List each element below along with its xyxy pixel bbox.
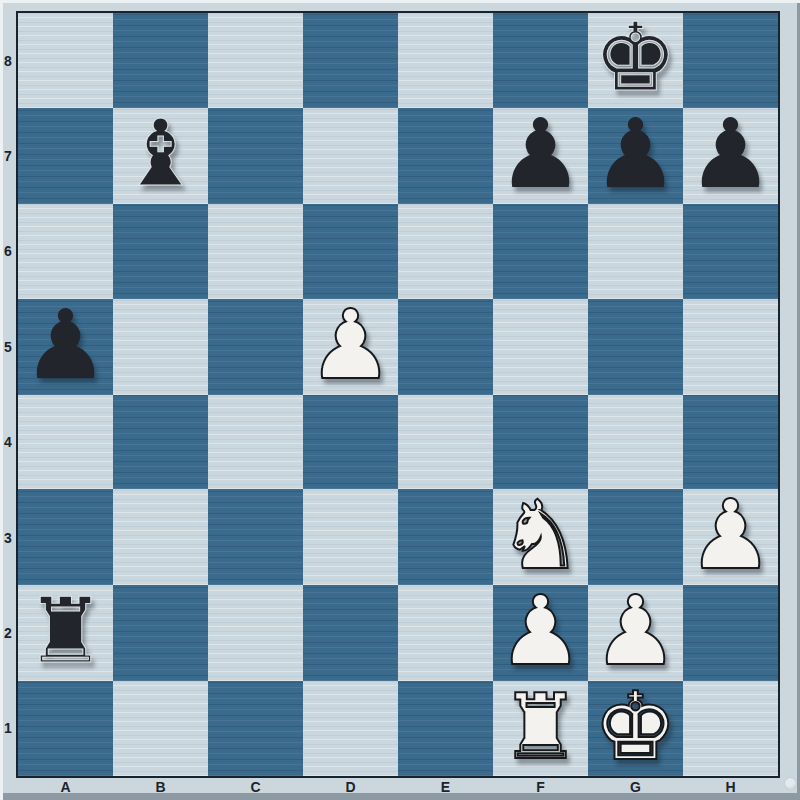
board: ♚♝♟♟♟♟♟♞♟♜♟♟♜♚ (18, 13, 778, 776)
square-g1[interactable]: ♚ (588, 681, 683, 776)
piece-black-king-g8[interactable]: ♚ (593, 11, 677, 105)
square-c4[interactable] (208, 395, 303, 490)
square-b5[interactable] (113, 299, 208, 395)
square-g3[interactable] (588, 489, 683, 585)
rank-label-2: 2 (0, 585, 16, 680)
file-label-e: E (398, 779, 493, 795)
file-label-g: G (588, 779, 683, 795)
piece-white-pawn-f2[interactable]: ♟ (497, 583, 583, 679)
square-d7[interactable] (303, 108, 398, 204)
file-labels: ABCDEFGH (18, 779, 778, 794)
file-label-a: A (18, 779, 113, 795)
square-g7[interactable]: ♟ (588, 108, 683, 204)
square-d2[interactable] (303, 585, 398, 681)
square-d1[interactable] (303, 681, 398, 776)
square-e6[interactable] (398, 204, 493, 299)
piece-black-pawn-g7[interactable]: ♟ (592, 106, 678, 202)
square-a2[interactable]: ♜ (18, 585, 113, 681)
square-c7[interactable] (208, 108, 303, 204)
square-a3[interactable] (18, 489, 113, 585)
square-h1[interactable] (683, 681, 778, 776)
square-h7[interactable]: ♟ (683, 108, 778, 204)
square-a1[interactable] (18, 681, 113, 776)
piece-black-bishop-b7[interactable]: ♝ (119, 108, 201, 200)
rank-label-6: 6 (0, 204, 16, 299)
square-d5[interactable]: ♟ (303, 299, 398, 395)
square-f6[interactable] (493, 204, 588, 299)
square-e8[interactable] (398, 13, 493, 108)
square-h5[interactable] (683, 299, 778, 395)
square-c8[interactable] (208, 13, 303, 108)
square-f5[interactable] (493, 299, 588, 395)
rank-label-4: 4 (0, 395, 16, 490)
square-h3[interactable]: ♟ (683, 489, 778, 585)
file-label-b: B (113, 779, 208, 795)
square-c5[interactable] (208, 299, 303, 395)
piece-white-pawn-g2[interactable]: ♟ (592, 583, 678, 679)
file-label-h: H (683, 779, 778, 795)
square-b1[interactable] (113, 681, 208, 776)
piece-white-pawn-h3[interactable]: ♟ (687, 487, 773, 583)
square-a8[interactable] (18, 13, 113, 108)
piece-white-rook-f1[interactable]: ♜ (500, 682, 581, 772)
square-e5[interactable] (398, 299, 493, 395)
piece-white-king-g1[interactable]: ♚ (593, 680, 677, 774)
square-e4[interactable] (398, 395, 493, 490)
file-label-d: D (303, 779, 398, 795)
square-g8[interactable]: ♚ (588, 13, 683, 108)
square-e7[interactable] (398, 108, 493, 204)
square-a4[interactable] (18, 395, 113, 490)
piece-black-pawn-h7[interactable]: ♟ (687, 106, 773, 202)
square-f8[interactable] (493, 13, 588, 108)
square-h4[interactable] (683, 395, 778, 490)
rank-labels: 87654321 (0, 13, 16, 776)
square-b8[interactable] (113, 13, 208, 108)
square-g5[interactable] (588, 299, 683, 395)
square-f7[interactable]: ♟ (493, 108, 588, 204)
square-b3[interactable] (113, 489, 208, 585)
rank-label-5: 5 (0, 299, 16, 394)
square-d6[interactable] (303, 204, 398, 299)
square-g4[interactable] (588, 395, 683, 490)
piece-black-pawn-a5[interactable]: ♟ (22, 297, 108, 393)
square-b6[interactable] (113, 204, 208, 299)
square-d3[interactable] (303, 489, 398, 585)
square-g2[interactable]: ♟ (588, 585, 683, 681)
square-f2[interactable]: ♟ (493, 585, 588, 681)
square-h6[interactable] (683, 204, 778, 299)
square-c3[interactable] (208, 489, 303, 585)
square-d4[interactable] (303, 395, 398, 490)
square-e1[interactable] (398, 681, 493, 776)
square-e3[interactable] (398, 489, 493, 585)
square-b7[interactable]: ♝ (113, 108, 208, 204)
square-b4[interactable] (113, 395, 208, 490)
square-h8[interactable] (683, 13, 778, 108)
square-g6[interactable] (588, 204, 683, 299)
square-a5[interactable]: ♟ (18, 299, 113, 395)
square-f3[interactable]: ♞ (493, 489, 588, 585)
square-h2[interactable] (683, 585, 778, 681)
square-c2[interactable] (208, 585, 303, 681)
square-c6[interactable] (208, 204, 303, 299)
square-a7[interactable] (18, 108, 113, 204)
rank-label-3: 3 (0, 490, 16, 585)
piece-white-knight-f3[interactable]: ♞ (498, 488, 583, 583)
board-frame: ♚♝♟♟♟♟♟♞♟♜♟♟♜♚ (16, 11, 780, 778)
file-label-c: C (208, 779, 303, 795)
rank-label-1: 1 (0, 681, 16, 776)
square-e2[interactable] (398, 585, 493, 681)
square-b2[interactable] (113, 585, 208, 681)
square-f1[interactable]: ♜ (493, 681, 588, 776)
square-d8[interactable] (303, 13, 398, 108)
square-a6[interactable] (18, 204, 113, 299)
square-c1[interactable] (208, 681, 303, 776)
piece-white-pawn-d5[interactable]: ♟ (307, 297, 393, 393)
piece-black-rook-a2[interactable]: ♜ (25, 586, 106, 676)
file-label-f: F (493, 779, 588, 795)
rank-label-7: 7 (0, 108, 16, 203)
piece-black-pawn-f7[interactable]: ♟ (497, 106, 583, 202)
square-f4[interactable] (493, 395, 588, 490)
board-panel: 87654321 ♚♝♟♟♟♟♟♞♟♜♟♟♜♚ ABCDEFGH (0, 0, 800, 800)
rank-label-8: 8 (0, 13, 16, 108)
corner-dot-icon (785, 778, 796, 789)
